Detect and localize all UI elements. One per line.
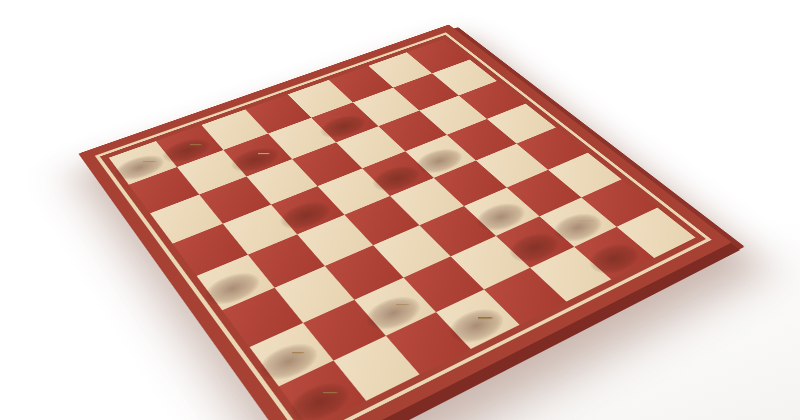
piece-glyph: ♜ xyxy=(594,213,634,258)
piece-glyph: ♛ xyxy=(282,158,332,214)
piece-glyph: ♟ xyxy=(173,114,205,150)
piece-glyph: ♚ xyxy=(206,222,264,286)
piece-glyph: ♜ xyxy=(124,126,160,167)
perspective-scene: ♜♟♟♟♛♟♚♚♛♞♝♝♞♟♟♜ xyxy=(0,0,800,420)
piece-glyph: ♝ xyxy=(512,196,557,246)
piece-glyph: ♞ xyxy=(556,177,600,226)
piece-glyph: ♟ xyxy=(302,353,343,399)
chess-board: ♜♟♟♟♛♟♚♚♛♞♝♝♞♟♟♜ xyxy=(78,25,731,420)
scene: ♜♟♟♟♛♟♚♚♛♞♝♝♞♟♟♜ xyxy=(0,0,800,420)
piece-glyph: ♝ xyxy=(371,257,419,311)
piece-glyph: ♟ xyxy=(458,281,496,324)
piece-glyph: ♟ xyxy=(241,122,274,158)
piece-glyph: ♟ xyxy=(381,140,414,177)
piece-glyph: ♟ xyxy=(329,91,360,126)
piece-glyph: ♚ xyxy=(415,104,466,161)
